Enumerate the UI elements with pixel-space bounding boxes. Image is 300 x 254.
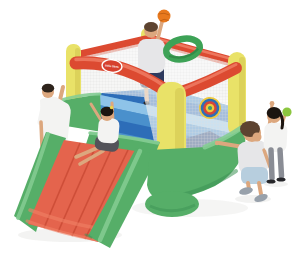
green-ball: [282, 107, 291, 116]
hair: [42, 84, 54, 93]
fist: [270, 101, 275, 106]
post-base-collar: [145, 191, 199, 217]
forearm: [41, 122, 42, 146]
flat-shoe: [267, 180, 276, 184]
hand: [215, 141, 219, 145]
legging: [280, 150, 282, 176]
hair-clip: [110, 106, 113, 109]
bounce-house-scene: little tikes: [0, 0, 300, 254]
t-shirt: [97, 117, 120, 144]
sneaker: [238, 186, 253, 196]
leg: [259, 183, 261, 194]
sleeve: [41, 108, 44, 122]
flat-shoe: [277, 178, 286, 182]
face: [253, 133, 262, 142]
t-shirt: [263, 122, 287, 152]
t-shirt: [138, 39, 165, 73]
hair: [144, 22, 158, 32]
slide: [14, 132, 158, 248]
shorts: [241, 167, 268, 184]
orange-ball: [158, 10, 171, 23]
product-photo: little tikes: [0, 0, 300, 254]
legging: [271, 150, 272, 178]
